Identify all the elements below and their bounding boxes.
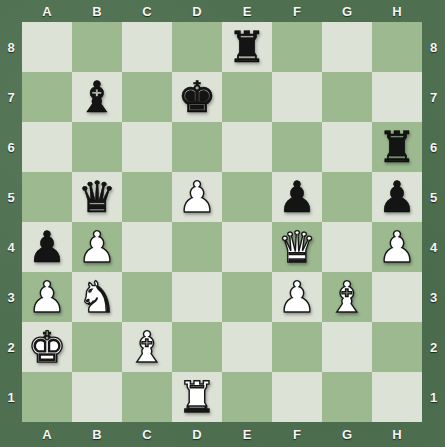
square-b6[interactable] [72, 122, 122, 172]
square-a1[interactable] [22, 372, 72, 422]
file-label-bottom-d: D [172, 422, 222, 447]
border-corner [0, 0, 22, 22]
file-label-bottom-g: G [322, 422, 372, 447]
black-pawn-f5[interactable]: ♟ [278, 172, 317, 222]
square-e2[interactable] [222, 322, 272, 372]
square-f1[interactable] [272, 372, 322, 422]
file-label-bottom-b: B [72, 422, 122, 447]
square-h1[interactable] [372, 372, 422, 422]
square-a3[interactable]: ♟ [22, 272, 72, 322]
rank-label-left-8: 8 [0, 22, 22, 72]
rank-label-left-7: 7 [0, 72, 22, 122]
square-g3[interactable]: ♝ [322, 272, 372, 322]
file-label-bottom-c: C [122, 422, 172, 447]
square-h5[interactable]: ♟ [372, 172, 422, 222]
square-c5[interactable] [122, 172, 172, 222]
square-b7[interactable]: ♝ [72, 72, 122, 122]
chess-board-frame: ABCDEFGH8♜87♝♚76♜65♛♟♟♟54♟♟♛♟43♟♞♟♝32♚♝2… [0, 0, 445, 447]
square-e8[interactable]: ♜ [222, 22, 272, 72]
square-g4[interactable] [322, 222, 372, 272]
white-pawn-d5[interactable]: ♟ [178, 172, 217, 222]
rank-label-right-4: 4 [422, 222, 445, 272]
square-g2[interactable] [322, 322, 372, 372]
file-label-top-b: B [72, 0, 122, 22]
square-e1[interactable] [222, 372, 272, 422]
file-label-top-c: C [122, 0, 172, 22]
square-d8[interactable] [172, 22, 222, 72]
black-rook-e8[interactable]: ♜ [228, 22, 267, 72]
square-e3[interactable] [222, 272, 272, 322]
square-f5[interactable]: ♟ [272, 172, 322, 222]
rank-label-left-5: 5 [0, 172, 22, 222]
white-bishop-g3[interactable]: ♝ [328, 272, 367, 322]
square-a2[interactable]: ♚ [22, 322, 72, 372]
square-f7[interactable] [272, 72, 322, 122]
file-label-top-g: G [322, 0, 372, 22]
square-c1[interactable] [122, 372, 172, 422]
square-g5[interactable] [322, 172, 372, 222]
square-b8[interactable] [72, 22, 122, 72]
rank-label-left-6: 6 [0, 122, 22, 172]
file-label-top-h: H [372, 0, 422, 22]
file-label-bottom-h: H [372, 422, 422, 447]
square-d2[interactable] [172, 322, 222, 372]
file-label-top-a: A [22, 0, 72, 22]
rank-label-right-1: 1 [422, 372, 445, 422]
square-c6[interactable] [122, 122, 172, 172]
file-label-top-d: D [172, 0, 222, 22]
white-pawn-f3[interactable]: ♟ [278, 272, 317, 322]
square-a7[interactable] [22, 72, 72, 122]
border-corner [0, 422, 22, 447]
square-h7[interactable] [372, 72, 422, 122]
square-e5[interactable] [222, 172, 272, 222]
square-a5[interactable] [22, 172, 72, 222]
black-rook-h6[interactable]: ♜ [378, 122, 417, 172]
rank-label-right-5: 5 [422, 172, 445, 222]
rank-label-right-3: 3 [422, 272, 445, 322]
white-queen-f4[interactable]: ♛ [278, 222, 317, 272]
square-h2[interactable] [372, 322, 422, 372]
rank-label-left-1: 1 [0, 372, 22, 422]
square-f8[interactable] [272, 22, 322, 72]
file-label-bottom-e: E [222, 422, 272, 447]
white-bishop-c2[interactable]: ♝ [128, 322, 167, 372]
white-knight-b3[interactable]: ♞ [78, 272, 117, 322]
rank-label-right-6: 6 [422, 122, 445, 172]
rank-label-right-8: 8 [422, 22, 445, 72]
square-e4[interactable] [222, 222, 272, 272]
square-f2[interactable] [272, 322, 322, 372]
square-h6[interactable]: ♜ [372, 122, 422, 172]
file-label-bottom-f: F [272, 422, 322, 447]
black-bishop-b7[interactable]: ♝ [78, 72, 117, 122]
square-c2[interactable]: ♝ [122, 322, 172, 372]
black-pawn-a4[interactable]: ♟ [28, 222, 67, 272]
white-rook-d1[interactable]: ♜ [178, 372, 217, 422]
square-d7[interactable]: ♚ [172, 72, 222, 122]
white-pawn-b4[interactable]: ♟ [78, 222, 117, 272]
square-b1[interactable] [72, 372, 122, 422]
square-b2[interactable] [72, 322, 122, 372]
square-f3[interactable]: ♟ [272, 272, 322, 322]
square-g1[interactable] [322, 372, 372, 422]
square-h8[interactable] [372, 22, 422, 72]
square-g8[interactable] [322, 22, 372, 72]
black-pawn-h5[interactable]: ♟ [378, 172, 417, 222]
square-b5[interactable]: ♛ [72, 172, 122, 222]
square-e7[interactable] [222, 72, 272, 122]
square-h3[interactable] [372, 272, 422, 322]
square-f4[interactable]: ♛ [272, 222, 322, 272]
file-label-top-e: E [222, 0, 272, 22]
rank-label-left-2: 2 [0, 322, 22, 372]
square-g7[interactable] [322, 72, 372, 122]
square-c8[interactable] [122, 22, 172, 72]
square-h4[interactable]: ♟ [372, 222, 422, 272]
square-d6[interactable] [172, 122, 222, 172]
rank-label-left-4: 4 [0, 222, 22, 272]
border-corner [422, 0, 445, 22]
square-d3[interactable] [172, 272, 222, 322]
square-a4[interactable]: ♟ [22, 222, 72, 272]
rank-label-right-7: 7 [422, 72, 445, 122]
white-pawn-a3[interactable]: ♟ [28, 272, 67, 322]
rank-label-left-3: 3 [0, 272, 22, 322]
border-corner [422, 422, 445, 447]
black-queen-b5[interactable]: ♛ [78, 172, 117, 222]
white-king-a2[interactable]: ♚ [28, 322, 67, 372]
square-f6[interactable] [272, 122, 322, 172]
rank-label-right-2: 2 [422, 322, 445, 372]
file-label-top-f: F [272, 0, 322, 22]
square-b3[interactable]: ♞ [72, 272, 122, 322]
square-a8[interactable] [22, 22, 72, 72]
square-b4[interactable]: ♟ [72, 222, 122, 272]
square-d5[interactable]: ♟ [172, 172, 222, 222]
square-a6[interactable] [22, 122, 72, 172]
black-king-d7[interactable]: ♚ [178, 72, 217, 122]
square-c7[interactable] [122, 72, 172, 122]
file-label-bottom-a: A [22, 422, 72, 447]
square-c4[interactable] [122, 222, 172, 272]
square-d4[interactable] [172, 222, 222, 272]
square-c3[interactable] [122, 272, 172, 322]
square-d1[interactable]: ♜ [172, 372, 222, 422]
white-pawn-h4[interactable]: ♟ [378, 222, 417, 272]
square-e6[interactable] [222, 122, 272, 172]
square-g6[interactable] [322, 122, 372, 172]
